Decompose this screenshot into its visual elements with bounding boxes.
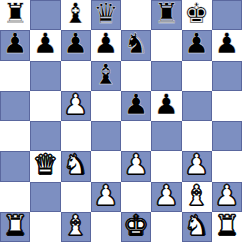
square-a1[interactable]: ♜ — [0, 212, 30, 242]
square-f2[interactable]: ♟ — [151, 182, 181, 212]
square-c7[interactable]: ♟ — [61, 30, 91, 60]
square-d5[interactable] — [91, 91, 121, 121]
square-g4[interactable] — [182, 121, 212, 151]
square-e7[interactable]: ♞ — [121, 30, 151, 60]
black-pawn-piece: ♟ — [3, 30, 28, 58]
square-g7[interactable]: ♟ — [182, 30, 212, 60]
black-knight-piece: ♞ — [124, 30, 149, 58]
square-g1[interactable]: ♞ — [182, 212, 212, 242]
white-knight-piece: ♞ — [63, 151, 88, 179]
square-f1[interactable] — [151, 212, 181, 242]
black-rook-piece: ♜ — [154, 0, 179, 28]
square-d6[interactable]: ♝ — [91, 61, 121, 91]
black-rook-piece: ♜ — [3, 0, 28, 28]
square-h8[interactable] — [212, 0, 242, 30]
black-pawn-piece: ♟ — [154, 91, 179, 119]
square-h7[interactable]: ♟ — [212, 30, 242, 60]
square-e3[interactable]: ♟ — [121, 151, 151, 181]
square-b3[interactable]: ♛ — [30, 151, 60, 181]
square-c4[interactable] — [61, 121, 91, 151]
square-a5[interactable] — [0, 91, 30, 121]
square-f7[interactable] — [151, 30, 181, 60]
square-b5[interactable] — [30, 91, 60, 121]
black-pawn-piece: ♟ — [184, 30, 209, 58]
black-queen-piece: ♛ — [93, 0, 118, 28]
square-h3[interactable] — [212, 151, 242, 181]
white-king-piece: ♚ — [124, 212, 149, 240]
square-d4[interactable] — [91, 121, 121, 151]
square-a6[interactable] — [0, 61, 30, 91]
white-bishop-piece: ♝ — [184, 182, 209, 210]
square-g3[interactable]: ♟ — [182, 151, 212, 181]
square-d3[interactable] — [91, 151, 121, 181]
square-h1[interactable]: ♜ — [212, 212, 242, 242]
square-h4[interactable] — [212, 121, 242, 151]
square-e8[interactable] — [121, 0, 151, 30]
black-pawn-piece: ♟ — [124, 91, 149, 119]
square-b6[interactable] — [30, 61, 60, 91]
square-h6[interactable] — [212, 61, 242, 91]
white-pawn-piece: ♟ — [63, 91, 88, 119]
square-b4[interactable] — [30, 121, 60, 151]
square-g2[interactable]: ♝ — [182, 182, 212, 212]
square-a4[interactable] — [0, 121, 30, 151]
square-a2[interactable] — [0, 182, 30, 212]
square-b8[interactable] — [30, 0, 60, 30]
square-d2[interactable]: ♟ — [91, 182, 121, 212]
square-f6[interactable] — [151, 61, 181, 91]
white-pawn-piece: ♟ — [154, 182, 179, 210]
square-b2[interactable] — [30, 182, 60, 212]
black-bishop-piece: ♝ — [63, 0, 88, 28]
square-c6[interactable] — [61, 61, 91, 91]
square-b7[interactable]: ♟ — [30, 30, 60, 60]
black-pawn-piece: ♟ — [93, 30, 118, 58]
square-c2[interactable] — [61, 182, 91, 212]
square-c8[interactable]: ♝ — [61, 0, 91, 30]
white-rook-piece: ♜ — [214, 212, 239, 240]
square-e4[interactable] — [121, 121, 151, 151]
square-g8[interactable]: ♚ — [182, 0, 212, 30]
square-f5[interactable]: ♟ — [151, 91, 181, 121]
white-bishop-piece: ♝ — [63, 212, 88, 240]
square-c3[interactable]: ♞ — [61, 151, 91, 181]
square-f3[interactable] — [151, 151, 181, 181]
white-rook-piece: ♜ — [3, 212, 28, 240]
white-knight-piece: ♞ — [184, 212, 209, 240]
square-a8[interactable]: ♜ — [0, 0, 30, 30]
square-e5[interactable]: ♟ — [121, 91, 151, 121]
square-b1[interactable] — [30, 212, 60, 242]
white-queen-piece: ♛ — [33, 151, 58, 179]
square-e1[interactable]: ♚ — [121, 212, 151, 242]
square-g6[interactable] — [182, 61, 212, 91]
square-c5[interactable]: ♟ — [61, 91, 91, 121]
chess-board: ♜♝♛♜♚♟♟♟♟♞♟♟♝♟♟♟♛♞♟♟♟♟♝♟♜♝♚♞♜ — [0, 0, 242, 242]
square-d8[interactable]: ♛ — [91, 0, 121, 30]
square-a3[interactable] — [0, 151, 30, 181]
black-pawn-piece: ♟ — [63, 30, 88, 58]
square-g5[interactable] — [182, 91, 212, 121]
square-e6[interactable] — [121, 61, 151, 91]
square-e2[interactable] — [121, 182, 151, 212]
square-d1[interactable] — [91, 212, 121, 242]
white-pawn-piece: ♟ — [124, 151, 149, 179]
black-king-piece: ♚ — [184, 0, 209, 28]
white-pawn-piece: ♟ — [93, 182, 118, 210]
black-pawn-piece: ♟ — [33, 30, 58, 58]
square-c1[interactable]: ♝ — [61, 212, 91, 242]
square-h5[interactable] — [212, 91, 242, 121]
white-pawn-piece: ♟ — [184, 151, 209, 179]
black-bishop-piece: ♝ — [93, 61, 118, 89]
black-pawn-piece: ♟ — [214, 30, 239, 58]
square-f8[interactable]: ♜ — [151, 0, 181, 30]
white-pawn-piece: ♟ — [214, 182, 239, 210]
square-f4[interactable] — [151, 121, 181, 151]
square-h2[interactable]: ♟ — [212, 182, 242, 212]
square-d7[interactable]: ♟ — [91, 30, 121, 60]
square-a7[interactable]: ♟ — [0, 30, 30, 60]
